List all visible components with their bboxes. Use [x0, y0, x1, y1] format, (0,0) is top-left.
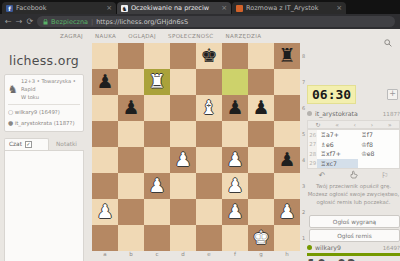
square-e1[interactable]: [196, 225, 222, 251]
move-number: 28: [308, 149, 317, 159]
game-info-box: ♞ 12+3 • Towarzyska • Rapid W toku ○ wil…: [4, 74, 84, 132]
claim-message: Twój przeciwnik opuścił grę. Możesz ogło…: [307, 183, 400, 206]
url-text: https://lichess.org/GHjdn6sS: [96, 18, 188, 26]
move-row: 26 ♖a7+ ♖f7: [308, 130, 399, 140]
piece-bP-h4[interactable]: ♟: [274, 147, 300, 173]
square-g1[interactable]: ♚: [248, 225, 274, 251]
black-circle-icon: ●: [8, 118, 13, 129]
security-label: Bezpieczna: [51, 18, 88, 26]
moves-menu-icon[interactable]: ↻: [315, 122, 320, 128]
move-cell[interactable]: ♗e6: [317, 140, 358, 150]
white-player-name[interactable]: wilkary9: [315, 244, 380, 251]
nav-last-icon[interactable]: »: [388, 122, 392, 128]
square-e4[interactable]: [196, 147, 222, 173]
takeback-icon[interactable]: ↶: [319, 171, 326, 180]
square-h7[interactable]: [274, 69, 300, 95]
white-player-label: wilkary9 (1649?): [15, 109, 60, 115]
player-list-black[interactable]: ● it_arystokrata (1187?): [8, 118, 80, 129]
nav-next-icon[interactable]: ›: [371, 122, 373, 128]
close-icon[interactable]: ×: [221, 4, 227, 12]
file-label-d: d: [170, 251, 196, 257]
square-e2[interactable]: [196, 199, 222, 225]
move-row: 29 ♖xc7: [308, 159, 399, 169]
black-clock: 06:30: [307, 85, 356, 104]
white-player-rating: 1649?: [383, 245, 400, 251]
square-a8[interactable]: [92, 43, 118, 69]
square-g6[interactable]: ♟: [248, 95, 274, 121]
sidebar: lichess.org ♞ 12+3 • Towarzyska • Rapid …: [0, 44, 88, 261]
claim-victory-button[interactable]: Ogłoś wygraną: [309, 215, 400, 228]
player-bar: [307, 253, 400, 256]
square-f2[interactable]: ♟: [222, 199, 248, 225]
move-list: 26 ♖a7+ ♖f7 27 ♗e6 ♔f8 28 ♖xf7+ ♔e8 29 ♖…: [307, 129, 400, 169]
nav-item-zagraj[interactable]: ZAGRAJ: [60, 33, 83, 39]
rank-coordinates: 87654321: [300, 43, 307, 251]
game-meta-line1: 12+3 • Towarzyska • Rapid: [21, 78, 80, 94]
move-cell[interactable]: ♔e8: [358, 149, 399, 159]
online-status-dot: [307, 245, 312, 250]
piece-wP-c3[interactable]: ♟: [144, 173, 170, 199]
square-h1[interactable]: [274, 225, 300, 251]
square-f5[interactable]: [222, 121, 248, 147]
forward-icon[interactable]: →: [16, 18, 23, 26]
black-player-rating: 1187?: [383, 111, 400, 117]
square-a1[interactable]: [92, 225, 118, 251]
rank-label-6: 6: [300, 95, 307, 121]
square-h2[interactable]: ♟: [274, 199, 300, 225]
square-c4[interactable]: [144, 147, 170, 173]
square-b5[interactable]: [118, 121, 144, 147]
square-b1[interactable]: [118, 225, 144, 251]
back-icon[interactable]: ←: [5, 18, 12, 26]
square-a6[interactable]: [92, 95, 118, 121]
move-cell[interactable]: ♖xf7+: [317, 149, 358, 159]
piece-wP-f3[interactable]: ♟: [222, 173, 248, 199]
move-cell[interactable]: ♔f8: [358, 140, 399, 150]
square-c3[interactable]: ♟: [144, 173, 170, 199]
board: ♚♜♟♜♟♝♟♟♟♟♟♟♟♟♟♟♚: [92, 43, 300, 251]
rank-label-4: 4: [300, 147, 307, 173]
black-player-name[interactable]: it_arystokrata: [315, 110, 380, 117]
file-label-c: c: [144, 251, 170, 257]
square-b4[interactable]: [118, 147, 144, 173]
address-bar: ← → ⟳ Bezpieczna | https://lichess.org/G…: [0, 14, 400, 29]
tab-facebook[interactable]: f Facebook ×: [2, 2, 116, 14]
piece-bR-h8[interactable]: ♜: [274, 43, 300, 69]
knight-icon: ♞: [8, 84, 18, 95]
nav-item-spolecznosc[interactable]: SPOŁECZNOŚĆ: [168, 33, 214, 39]
piece-wR-c7[interactable]: ♜: [144, 69, 170, 95]
rank-label-2: 2: [300, 199, 307, 225]
piece-wK-g1[interactable]: ♚: [248, 225, 274, 251]
square-c8[interactable]: [144, 43, 170, 69]
piece-bK-e8[interactable]: ♚: [196, 43, 222, 69]
lichess-logo[interactable]: lichess.org: [0, 53, 88, 68]
square-f6[interactable]: ♟: [222, 95, 248, 121]
piece-wP-f2[interactable]: ♟: [222, 199, 248, 225]
square-a4[interactable]: [92, 147, 118, 173]
square-d1[interactable]: [170, 225, 196, 251]
square-a3[interactable]: [92, 173, 118, 199]
white-clock: 10:02: [307, 257, 357, 261]
padlock-icon: [43, 19, 48, 25]
move-row: 27 ♗e6 ♔f8: [308, 140, 399, 150]
chat-messages-area: [4, 150, 84, 261]
rank-label-3: 3: [300, 173, 307, 199]
tab-chat-room[interactable]: Czat ✓: [4, 138, 49, 150]
square-b2[interactable]: [118, 199, 144, 225]
square-c7[interactable]: ♜: [144, 69, 170, 95]
nav-item-nauka[interactable]: NAUKA: [95, 33, 116, 39]
square-b6[interactable]: ♟: [118, 95, 144, 121]
file-label-g: g: [248, 251, 274, 257]
square-f3[interactable]: ♟: [222, 173, 248, 199]
square-f8[interactable]: [222, 43, 248, 69]
game-panel: 06:30 + it_arystokrata 1187? ↻ « ‹ › » 2…: [307, 73, 400, 261]
piece-wB-e6[interactable]: ♝: [196, 95, 222, 121]
square-g4[interactable]: [248, 147, 274, 173]
move-navigation: ↻ « ‹ › »: [307, 120, 400, 129]
square-h6[interactable]: [274, 95, 300, 121]
black-player-status-dot: [307, 111, 312, 116]
rank-label-8: 8: [300, 43, 307, 69]
square-d5[interactable]: [170, 121, 196, 147]
square-c2[interactable]: [144, 199, 170, 225]
tab-title: Facebook: [16, 4, 103, 12]
tab-title: Rozmowa z IT_Arystok: [246, 4, 333, 12]
square-d4[interactable]: ♟: [170, 147, 196, 173]
square-e5[interactable]: [196, 121, 222, 147]
square-g2[interactable]: [248, 199, 274, 225]
square-h4[interactable]: ♟: [274, 147, 300, 173]
nav-first-icon[interactable]: «: [335, 122, 339, 128]
rank-label-7: 7: [300, 69, 307, 95]
file-label-a: a: [92, 251, 118, 257]
tab-notes[interactable]: Notatki: [49, 141, 84, 147]
piece-bP-g6[interactable]: ♟: [248, 95, 274, 121]
search-icon[interactable]: [384, 32, 392, 51]
browser-tab-strip: f Facebook × ♞ Oczekiwanie na przeciw × …: [0, 0, 400, 14]
move-number: 29: [308, 159, 317, 169]
file-label-h: h: [274, 251, 300, 257]
square-g5[interactable]: [248, 121, 274, 147]
nav-item-narzedzia[interactable]: NARZĘDZIA: [226, 33, 262, 39]
square-h5[interactable]: [274, 121, 300, 147]
file-coordinates: abcdefgh: [92, 251, 300, 257]
rank-label-5: 5: [300, 121, 307, 147]
square-e7[interactable]: [196, 69, 222, 95]
square-g3[interactable]: [248, 173, 274, 199]
nav-prev-icon[interactable]: ‹: [354, 122, 356, 128]
piece-bP-f6[interactable]: ♟: [222, 95, 248, 121]
square-d3[interactable]: [170, 173, 196, 199]
square-d7[interactable]: [170, 69, 196, 95]
square-c1[interactable]: [144, 225, 170, 251]
piece-wP-d4[interactable]: ♟: [170, 147, 196, 173]
player-list-white[interactable]: ○ wilkary9 (1649?): [8, 107, 80, 118]
square-h8[interactable]: ♜: [274, 43, 300, 69]
rank-label-1: 1: [300, 225, 307, 251]
close-icon[interactable]: ×: [336, 4, 342, 12]
close-icon[interactable]: ×: [106, 4, 112, 12]
piece-bP-a7[interactable]: ♟: [92, 69, 118, 95]
square-f4[interactable]: ♟: [222, 147, 248, 173]
move-cell[interactable]: ♖f7: [358, 130, 399, 140]
move-cell-current[interactable]: ♖xc7: [317, 159, 358, 169]
square-e8[interactable]: ♚: [196, 43, 222, 69]
game-status: W toku: [21, 94, 80, 102]
square-f1[interactable]: [222, 225, 248, 251]
move-row: 28 ♖xf7+ ♔e8: [308, 149, 399, 159]
file-label-b: b: [118, 251, 144, 257]
facebook-icon: f: [6, 5, 13, 12]
draw-offer-hand-icon[interactable]: [349, 170, 358, 181]
browser-window: f Facebook × ♞ Oczekiwanie na przeciw × …: [0, 0, 400, 261]
square-e3[interactable]: [196, 173, 222, 199]
url-separator: |: [91, 18, 93, 26]
game-action-buttons: ↶ ⚐: [307, 170, 400, 181]
square-d8[interactable]: [170, 43, 196, 69]
square-c6[interactable]: [144, 95, 170, 121]
square-e6[interactable]: ♝: [196, 95, 222, 121]
piece-bP-b6[interactable]: ♟: [118, 95, 144, 121]
tab-title: Oczekiwanie na przeciw: [131, 4, 218, 12]
tab-lichess-game[interactable]: ♞ Oczekiwanie na przeciw ×: [117, 2, 231, 14]
white-circle-icon: ○: [8, 107, 13, 118]
square-d6[interactable]: [170, 95, 196, 121]
square-h3[interactable]: [274, 173, 300, 199]
chat-tab-label: Czat: [9, 141, 22, 147]
black-player-label: it_arystokrata (1187?): [15, 120, 75, 126]
square-b7[interactable]: [118, 69, 144, 95]
square-c5[interactable]: [144, 121, 170, 147]
move-cell[interactable]: [358, 159, 399, 169]
square-f7[interactable]: [222, 69, 248, 95]
move-cell[interactable]: ♖a7+: [317, 130, 358, 140]
nav-item-ogladaj[interactable]: OGLĄDAJ: [128, 33, 156, 39]
lichess-knight-icon: ♞: [121, 5, 128, 12]
chat-icon: [236, 5, 243, 12]
square-b8[interactable]: [118, 43, 144, 69]
resign-flag-icon[interactable]: ⚐: [381, 171, 388, 180]
square-a2[interactable]: ♟: [92, 199, 118, 225]
piece-wP-f4[interactable]: ♟: [222, 147, 248, 173]
piece-wP-a2[interactable]: ♟: [92, 199, 118, 225]
move-number: 26: [308, 130, 317, 140]
add-time-button[interactable]: +: [387, 89, 398, 100]
square-g7[interactable]: [248, 69, 274, 95]
url-field[interactable]: Bezpieczna | https://lichess.org/GHjdn6s…: [37, 16, 395, 27]
piece-wP-h2[interactable]: ♟: [274, 199, 300, 225]
square-b3[interactable]: [118, 173, 144, 199]
square-g8[interactable]: [248, 43, 274, 69]
refresh-icon[interactable]: ⟳: [26, 18, 33, 26]
move-number: 27: [308, 140, 317, 150]
square-a5[interactable]: [92, 121, 118, 147]
file-label-e: e: [196, 251, 222, 257]
square-d2[interactable]: [170, 199, 196, 225]
site-nav: ZAGRAJ NAUKA OGLĄDAJ SPOŁECZNOŚĆ NARZĘDZ…: [60, 29, 340, 43]
tab-chat[interactable]: Rozmowa z IT_Arystok ×: [232, 2, 346, 14]
chat-toggle-checkbox[interactable]: ✓: [25, 141, 32, 148]
file-label-f: f: [222, 251, 248, 257]
square-a7[interactable]: ♟: [92, 69, 118, 95]
claim-draw-button[interactable]: Ogłoś remis: [309, 229, 400, 242]
